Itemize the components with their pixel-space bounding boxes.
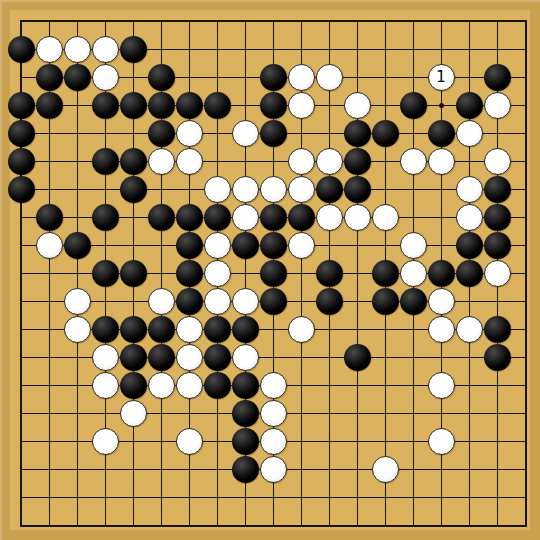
black-stone: [148, 120, 175, 147]
white-stone: [120, 400, 147, 427]
white-stone: [456, 316, 483, 343]
black-stone: [120, 316, 147, 343]
black-stone: [120, 148, 147, 175]
black-stone: [484, 176, 511, 203]
go-board[interactable]: 1: [0, 0, 540, 540]
black-stone: [176, 204, 203, 231]
black-stone: [456, 232, 483, 259]
white-stone: [232, 344, 259, 371]
white-stone: [428, 372, 455, 399]
black-stone: [428, 120, 455, 147]
black-stone: [316, 288, 343, 315]
black-stone: [372, 260, 399, 287]
white-stone: [372, 456, 399, 483]
white-stone: [176, 120, 203, 147]
black-stone: [428, 260, 455, 287]
black-stone: [232, 428, 259, 455]
black-stone: [92, 148, 119, 175]
black-stone: [92, 92, 119, 119]
black-stone: [204, 316, 231, 343]
black-stone: [232, 372, 259, 399]
black-stone: [64, 64, 91, 91]
black-stone: [260, 204, 287, 231]
black-stone: [372, 120, 399, 147]
white-stone: [344, 92, 371, 119]
black-stone: [36, 64, 63, 91]
white-stone: [400, 232, 427, 259]
black-stone: [484, 232, 511, 259]
black-stone: [92, 204, 119, 231]
black-stone: [8, 148, 35, 175]
white-stone: [372, 204, 399, 231]
white-stone: [428, 316, 455, 343]
white-stone: [428, 148, 455, 175]
black-stone: [8, 176, 35, 203]
white-stone: [92, 428, 119, 455]
white-stone: [204, 288, 231, 315]
black-stone: [260, 64, 287, 91]
black-stone: [400, 92, 427, 119]
black-stone: [484, 204, 511, 231]
black-stone: [64, 232, 91, 259]
white-stone: [288, 92, 315, 119]
black-stone: [344, 344, 371, 371]
black-stone: [260, 288, 287, 315]
white-stone: [64, 36, 91, 63]
white-stone: [316, 64, 343, 91]
black-stone: [484, 344, 511, 371]
black-stone: [148, 204, 175, 231]
black-stone: [400, 288, 427, 315]
white-stone: [400, 260, 427, 287]
white-stone: [400, 148, 427, 175]
black-stone: [148, 316, 175, 343]
white-stone: [288, 316, 315, 343]
black-stone: [36, 92, 63, 119]
stones-layer: 1: [7, 7, 539, 539]
black-stone: [344, 120, 371, 147]
white-stone: [428, 428, 455, 455]
white-stone: [232, 120, 259, 147]
white-stone: [344, 204, 371, 231]
white-stone: [260, 176, 287, 203]
white-stone: [232, 288, 259, 315]
black-stone: [260, 120, 287, 147]
black-stone: [92, 316, 119, 343]
black-stone: [176, 92, 203, 119]
white-stone: [288, 232, 315, 259]
black-stone: [204, 372, 231, 399]
black-stone: [260, 92, 287, 119]
white-stone: [176, 148, 203, 175]
black-stone: [484, 316, 511, 343]
black-stone: [456, 92, 483, 119]
white-stone: [260, 400, 287, 427]
black-stone: [232, 232, 259, 259]
white-stone: [232, 204, 259, 231]
black-stone: [288, 204, 315, 231]
black-stone: [148, 92, 175, 119]
black-stone: [36, 204, 63, 231]
black-stone: [316, 260, 343, 287]
black-stone: [232, 456, 259, 483]
black-stone: [316, 176, 343, 203]
white-stone: [316, 204, 343, 231]
white-stone: [260, 428, 287, 455]
white-stone: [484, 260, 511, 287]
black-stone: [120, 176, 147, 203]
black-stone: [260, 260, 287, 287]
white-stone: [176, 316, 203, 343]
black-stone: [120, 344, 147, 371]
black-stone: [176, 232, 203, 259]
white-stone: [484, 148, 511, 175]
black-stone: [120, 92, 147, 119]
black-stone: [232, 316, 259, 343]
black-stone: [176, 288, 203, 315]
black-stone: [204, 92, 231, 119]
black-stone: [484, 64, 511, 91]
white-stone: [148, 372, 175, 399]
white-stone: [260, 456, 287, 483]
black-stone: [344, 176, 371, 203]
white-stone: [148, 288, 175, 315]
white-stone: [64, 316, 91, 343]
white-stone: [232, 176, 259, 203]
white-stone: [456, 120, 483, 147]
black-stone: [92, 260, 119, 287]
black-stone: [120, 372, 147, 399]
white-stone: [64, 288, 91, 315]
white-stone: [92, 344, 119, 371]
black-stone: [176, 260, 203, 287]
white-stone: [288, 64, 315, 91]
white-stone: [92, 64, 119, 91]
white-stone: [288, 176, 315, 203]
black-stone: [372, 288, 399, 315]
black-stone: [8, 92, 35, 119]
black-stone: [344, 148, 371, 175]
white-stone: [288, 148, 315, 175]
go-app-window: 1: [0, 0, 540, 540]
white-stone: [456, 176, 483, 203]
white-stone: [148, 148, 175, 175]
black-stone: [120, 36, 147, 63]
white-stone: [92, 372, 119, 399]
white-stone: [428, 288, 455, 315]
white-stone: [484, 92, 511, 119]
black-stone: [148, 64, 175, 91]
white-stone: [456, 204, 483, 231]
white-stone: [204, 176, 231, 203]
black-stone: [8, 120, 35, 147]
black-stone: [232, 400, 259, 427]
black-stone: [120, 260, 147, 287]
move-number-label: 1: [436, 70, 446, 85]
white-stone: [204, 232, 231, 259]
black-stone: [204, 204, 231, 231]
white-stone: [316, 148, 343, 175]
marked-move-stone: 1: [428, 64, 455, 91]
white-stone: [36, 232, 63, 259]
white-stone: [204, 260, 231, 287]
black-stone: [148, 344, 175, 371]
white-stone: [260, 372, 287, 399]
white-stone: [176, 344, 203, 371]
black-stone: [8, 36, 35, 63]
black-stone: [204, 344, 231, 371]
black-stone: [260, 232, 287, 259]
white-stone: [176, 428, 203, 455]
white-stone: [36, 36, 63, 63]
black-stone: [456, 260, 483, 287]
white-stone: [92, 36, 119, 63]
white-stone: [176, 372, 203, 399]
